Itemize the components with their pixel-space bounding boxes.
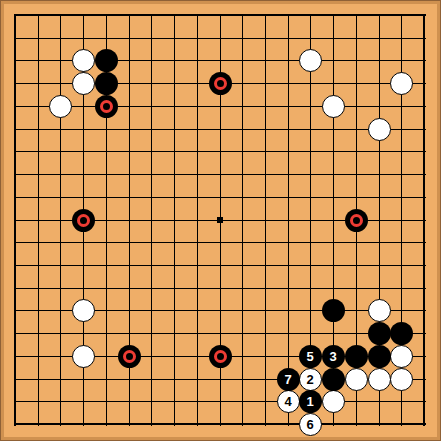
black-stone (95, 49, 118, 72)
grid-line-vertical (288, 14, 289, 426)
circled-black-stone (72, 209, 95, 232)
move-number: 4 (284, 395, 291, 408)
white-stone (72, 49, 95, 72)
move-number: 7 (284, 373, 291, 386)
white-stone (368, 299, 391, 322)
grid-line-vertical (423, 14, 425, 426)
move-number: 3 (329, 350, 336, 363)
black-stone (390, 322, 413, 345)
move-number: 2 (306, 373, 313, 386)
white-stone (49, 95, 72, 118)
circle-mark-icon (214, 350, 227, 363)
go-board: 2461357 (0, 0, 441, 441)
numbered-white-stone-4: 4 (277, 390, 300, 413)
star-point (217, 217, 223, 223)
grid-line-horizontal (14, 242, 426, 243)
go-diagram: 2461357 (0, 0, 441, 441)
grid-line-horizontal (14, 401, 426, 402)
grid-line-horizontal (14, 265, 426, 266)
white-stone (368, 368, 391, 391)
white-stone (368, 118, 391, 141)
white-stone (390, 72, 413, 95)
black-stone (345, 345, 368, 368)
white-stone (322, 390, 345, 413)
circle-mark-icon (350, 214, 363, 227)
circled-black-stone (345, 209, 368, 232)
white-stone (299, 49, 322, 72)
white-stone (390, 368, 413, 391)
circled-black-stone (209, 72, 232, 95)
black-stone (368, 322, 391, 345)
black-stone (95, 72, 118, 95)
white-stone (345, 368, 368, 391)
white-stone (72, 72, 95, 95)
black-stone (322, 299, 345, 322)
white-stone (72, 345, 95, 368)
grid-line-horizontal (14, 288, 426, 289)
numbered-white-stone-6: 6 (299, 413, 322, 436)
move-number: 6 (306, 418, 313, 431)
numbered-white-stone-2: 2 (299, 368, 322, 391)
grid-line-vertical (265, 14, 266, 426)
black-stone (322, 368, 345, 391)
circled-black-stone (209, 345, 232, 368)
numbered-black-stone-7: 7 (277, 368, 300, 391)
numbered-black-stone-3: 3 (322, 345, 345, 368)
grid-line-vertical (242, 14, 243, 426)
circled-black-stone (95, 95, 118, 118)
circle-mark-icon (100, 100, 113, 113)
white-stone (322, 95, 345, 118)
grid-line-horizontal (14, 333, 426, 334)
circle-mark-icon (77, 214, 90, 227)
move-number: 1 (306, 395, 313, 408)
grid-line-horizontal (14, 423, 426, 425)
white-stone (72, 299, 95, 322)
circled-black-stone (118, 345, 141, 368)
circle-mark-icon (123, 350, 136, 363)
numbered-black-stone-1: 1 (299, 390, 322, 413)
numbered-black-stone-5: 5 (299, 345, 322, 368)
black-stone (368, 345, 391, 368)
circle-mark-icon (214, 77, 227, 90)
move-number: 5 (306, 350, 313, 363)
white-stone (390, 345, 413, 368)
